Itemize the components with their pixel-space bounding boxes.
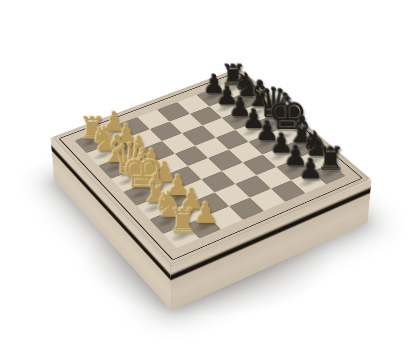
chess-board-box: ♜♞♟♝♟♛♟♚♟♝♟♞♟♟♜♟♟♜♟♟♞♟♝♟♛♟♚♟♝♟♞♜ bbox=[51, 67, 372, 266]
product-photo-stage: ♜♞♟♝♟♛♟♚♟♝♟♞♟♟♜♟♟♜♟♟♞♟♝♟♛♟♚♟♝♟♞♜ bbox=[0, 0, 416, 352]
black-pawn-h7[interactable]: ♟ bbox=[288, 154, 333, 185]
chess-scene: ♜♞♟♝♟♛♟♚♟♝♟♞♟♟♜♟♟♜♟♟♞♟♝♟♛♟♚♟♝♟♞♜ bbox=[92, 42, 324, 274]
white-rook-h1[interactable]: ♜ bbox=[160, 202, 207, 239]
